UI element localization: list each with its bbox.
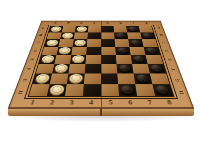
coord-label: E (23, 57, 41, 63)
checker-white[interactable] (54, 64, 68, 72)
checker-white[interactable] (49, 85, 65, 94)
checker-white[interactable] (74, 40, 86, 46)
checker-black[interactable] (130, 40, 142, 46)
square[interactable] (68, 64, 85, 74)
coord-label: G (15, 77, 35, 84)
coord-label: 2 (41, 99, 62, 107)
square[interactable] (152, 84, 173, 96)
checker-black[interactable] (118, 64, 131, 72)
coord-label: F (19, 66, 38, 72)
coord-label: 8 (140, 21, 154, 25)
square[interactable] (101, 47, 116, 55)
coord-label: 4 (81, 99, 101, 107)
square[interactable] (86, 47, 101, 55)
coord-label: 5 (101, 99, 121, 107)
coord-label: D (158, 48, 175, 53)
coord-label: 1 (48, 21, 62, 25)
checker-white[interactable] (62, 33, 74, 38)
checker-white[interactable] (35, 74, 50, 82)
square[interactable] (101, 39, 115, 46)
square[interactable] (118, 84, 137, 96)
checker-black[interactable] (135, 74, 150, 82)
coord-label: E (161, 57, 179, 63)
checker-white[interactable] (76, 26, 87, 31)
checker-black[interactable] (115, 33, 126, 38)
coord-label: A (36, 26, 51, 30)
coord-label: D (27, 48, 44, 53)
square[interactable] (150, 74, 170, 85)
checker-black[interactable] (117, 47, 129, 53)
square[interactable] (101, 55, 117, 64)
square[interactable] (117, 64, 134, 74)
square[interactable] (67, 74, 85, 85)
square[interactable] (115, 39, 130, 46)
hinge-seam (101, 21, 102, 107)
checker-black[interactable] (142, 33, 154, 38)
checkers-board: 12345678 12345678 ABCDEFGH ABCDEFGH (8, 21, 194, 108)
square[interactable] (47, 84, 67, 96)
coord-label: 3 (61, 99, 82, 107)
checker-black[interactable] (154, 85, 170, 94)
square[interactable] (56, 47, 72, 55)
coord-label: C (30, 40, 46, 45)
square[interactable] (117, 74, 135, 85)
square[interactable] (84, 74, 101, 85)
coord-label: B (153, 33, 168, 37)
square[interactable] (101, 84, 119, 96)
square[interactable] (87, 39, 101, 46)
coord-label: 8 (159, 99, 181, 107)
square[interactable] (58, 39, 73, 46)
coord-label: B (33, 33, 48, 37)
square[interactable] (148, 64, 167, 74)
checker-black[interactable] (132, 55, 145, 62)
square[interactable] (101, 74, 118, 85)
coord-label: H (10, 88, 31, 96)
coord-label: 4 (88, 21, 101, 25)
board-photo: 12345678 12345678 ABCDEFGH ABCDEFGH (0, 0, 200, 150)
checker-black[interactable] (120, 85, 135, 94)
checker-black[interactable] (128, 26, 139, 31)
coord-label: F (164, 66, 183, 72)
checker-black[interactable] (149, 64, 164, 72)
square[interactable] (101, 32, 115, 39)
checker-white[interactable] (46, 40, 59, 46)
hinge-seam-front (100, 109, 102, 116)
checker-black[interactable] (145, 47, 158, 53)
board-front-edge (8, 108, 194, 116)
coord-label: 5 (101, 21, 114, 25)
coord-label: 6 (120, 99, 141, 107)
checker-white[interactable] (50, 26, 61, 31)
coord-label: 6 (114, 21, 127, 25)
coord-label: A (151, 26, 166, 30)
coord-label: C (156, 40, 172, 45)
coord-label: 7 (139, 99, 160, 107)
checker-white[interactable] (69, 74, 83, 82)
square[interactable] (101, 64, 117, 74)
coord-label: 1 (21, 99, 43, 107)
square[interactable] (52, 64, 70, 74)
square[interactable] (85, 55, 101, 64)
square[interactable] (71, 47, 86, 55)
square[interactable] (115, 47, 130, 55)
square[interactable] (65, 84, 84, 96)
coord-label: 7 (127, 21, 141, 25)
square[interactable] (73, 39, 88, 46)
checker-white[interactable] (58, 47, 71, 53)
coord-label: G (167, 77, 187, 84)
square[interactable] (54, 55, 71, 64)
square[interactable] (116, 55, 132, 64)
square[interactable] (70, 55, 86, 64)
square[interactable] (74, 32, 88, 39)
square[interactable] (85, 64, 101, 74)
coord-label: H (171, 88, 192, 96)
coord-label: 2 (62, 21, 76, 25)
square[interactable] (60, 32, 75, 39)
checker-white[interactable] (41, 55, 55, 62)
square[interactable] (87, 32, 101, 39)
square[interactable] (50, 74, 69, 85)
square[interactable] (114, 32, 128, 39)
coord-label: 3 (75, 21, 88, 25)
square[interactable] (83, 84, 101, 96)
checker-white[interactable] (72, 55, 85, 62)
